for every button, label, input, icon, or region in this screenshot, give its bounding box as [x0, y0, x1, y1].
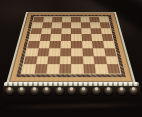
stud — [30, 87, 39, 95]
square-r8c8[interactable] — [106, 64, 120, 73]
stud — [17, 87, 26, 95]
board-grid — [22, 17, 121, 74]
square-r8c4[interactable] — [59, 64, 71, 73]
square-r5c8[interactable] — [103, 41, 115, 48]
photo-scene — [0, 0, 142, 117]
square-r7c8[interactable] — [105, 56, 118, 64]
square-r5c6[interactable] — [82, 41, 93, 48]
square-r5c5[interactable] — [71, 41, 82, 48]
stud — [104, 87, 113, 95]
square-r7c4[interactable] — [59, 56, 71, 64]
square-r4c4[interactable] — [61, 34, 72, 41]
stud — [92, 87, 101, 95]
square-r8c6[interactable] — [83, 64, 96, 73]
square-r4c3[interactable] — [50, 34, 61, 41]
square-r5c3[interactable] — [49, 41, 60, 48]
square-r6c3[interactable] — [48, 48, 60, 56]
square-r8c5[interactable] — [71, 64, 83, 73]
box-side — [3, 86, 140, 104]
square-r4c6[interactable] — [81, 34, 92, 41]
stud-row — [5, 87, 138, 96]
square-r7c3[interactable] — [47, 56, 59, 64]
square-r7c2[interactable] — [36, 56, 49, 64]
stud — [129, 87, 138, 95]
inner-border-line — [20, 16, 121, 74]
stud — [67, 87, 76, 95]
inlay-border — [16, 15, 126, 77]
chess-board — [6, 12, 136, 83]
square-r6c4[interactable] — [60, 48, 71, 56]
square-r4c5[interactable] — [71, 34, 82, 41]
square-r7c6[interactable] — [82, 56, 94, 64]
square-r4c8[interactable] — [101, 34, 113, 41]
square-r8c3[interactable] — [46, 64, 59, 73]
stud — [79, 87, 88, 95]
square-r6c5[interactable] — [71, 48, 82, 56]
square-r5c4[interactable] — [60, 41, 71, 48]
stud — [42, 87, 51, 95]
square-r6c6[interactable] — [82, 48, 94, 56]
stud — [55, 87, 64, 95]
square-r7c5[interactable] — [71, 56, 83, 64]
stud — [117, 87, 126, 95]
square-r6c8[interactable] — [104, 48, 117, 56]
square-r8c2[interactable] — [34, 64, 47, 73]
stud — [5, 87, 14, 95]
